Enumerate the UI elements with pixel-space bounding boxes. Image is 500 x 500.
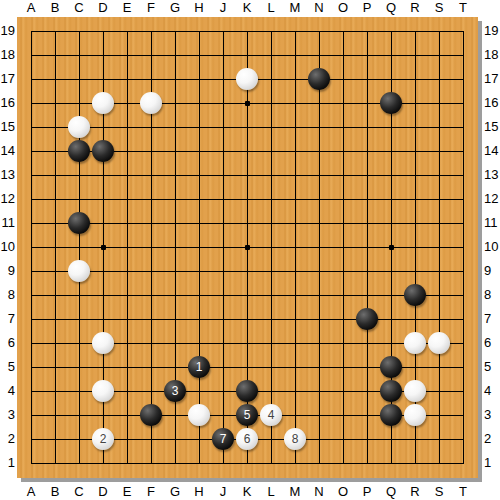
coord-right-13: 13 xyxy=(484,167,500,183)
coord-left-10: 10 xyxy=(0,239,15,255)
stone-black-H5[interactable]: 1 xyxy=(188,356,210,378)
move-number-label: 4 xyxy=(268,408,275,422)
stone-black-Q5[interactable] xyxy=(380,356,402,378)
coord-right-4: 4 xyxy=(484,383,500,399)
stone-black-K3[interactable]: 5 xyxy=(236,404,258,426)
coord-right-18: 18 xyxy=(484,47,500,63)
stone-white-S6[interactable] xyxy=(428,332,450,354)
coord-top-G: G xyxy=(163,0,187,16)
star-point-K10 xyxy=(245,245,250,250)
coord-top-P: P xyxy=(355,0,379,16)
move-number-label: 5 xyxy=(244,408,251,422)
coord-bottom-C: C xyxy=(67,484,91,500)
coord-left-8: 8 xyxy=(0,287,15,303)
goban[interactable]: 12345678 xyxy=(17,17,478,478)
coord-bottom-E: E xyxy=(115,484,139,500)
coord-right-3: 3 xyxy=(484,407,500,423)
move-number-label: 7 xyxy=(220,432,227,446)
coord-right-11: 11 xyxy=(484,215,500,231)
coord-left-5: 5 xyxy=(0,359,15,375)
coord-top-H: H xyxy=(187,0,211,16)
stone-white-R3[interactable] xyxy=(404,404,426,426)
coord-left-2: 2 xyxy=(0,431,15,447)
coord-bottom-K: K xyxy=(235,484,259,500)
star-point-D10 xyxy=(101,245,106,250)
coord-bottom-N: N xyxy=(307,484,331,500)
coord-bottom-P: P xyxy=(355,484,379,500)
coord-bottom-A: A xyxy=(19,484,43,500)
coord-right-6: 6 xyxy=(484,335,500,351)
stone-white-K17[interactable] xyxy=(236,68,258,90)
stone-white-D16[interactable] xyxy=(92,92,114,114)
stone-black-G4[interactable]: 3 xyxy=(164,380,186,402)
coord-right-2: 2 xyxy=(484,431,500,447)
coord-right-15: 15 xyxy=(484,119,500,135)
coord-right-17: 17 xyxy=(484,71,500,87)
stone-black-D14[interactable] xyxy=(92,140,114,162)
stone-black-Q4[interactable] xyxy=(380,380,402,402)
stone-black-C11[interactable] xyxy=(68,212,90,234)
coord-left-6: 6 xyxy=(0,335,15,351)
coord-top-J: J xyxy=(211,0,235,16)
coord-left-4: 4 xyxy=(0,383,15,399)
coord-top-K: K xyxy=(235,0,259,16)
coord-top-R: R xyxy=(403,0,427,16)
stone-white-D6[interactable] xyxy=(92,332,114,354)
coord-left-12: 12 xyxy=(0,191,15,207)
coord-bottom-R: R xyxy=(403,484,427,500)
coord-top-B: B xyxy=(43,0,67,16)
stone-black-Q3[interactable] xyxy=(380,404,402,426)
coord-left-18: 18 xyxy=(0,47,15,63)
stone-white-K2[interactable]: 6 xyxy=(236,428,258,450)
coord-right-12: 12 xyxy=(484,191,500,207)
coord-left-1: 1 xyxy=(0,455,15,471)
coord-left-15: 15 xyxy=(0,119,15,135)
coord-right-7: 7 xyxy=(484,311,500,327)
coord-bottom-L: L xyxy=(259,484,283,500)
stone-white-C9[interactable] xyxy=(68,260,90,282)
coord-left-7: 7 xyxy=(0,311,15,327)
coord-right-14: 14 xyxy=(484,143,500,159)
coord-top-A: A xyxy=(19,0,43,16)
coord-right-5: 5 xyxy=(484,359,500,375)
stone-white-D2[interactable]: 2 xyxy=(92,428,114,450)
stone-black-K4[interactable] xyxy=(236,380,258,402)
grid-lines: 12345678 xyxy=(31,31,464,464)
coord-top-T: T xyxy=(451,0,475,16)
coord-top-M: M xyxy=(283,0,307,16)
coord-left-17: 17 xyxy=(0,71,15,87)
stone-black-R8[interactable] xyxy=(404,284,426,306)
coord-bottom-F: F xyxy=(139,484,163,500)
coord-bottom-G: G xyxy=(163,484,187,500)
coord-bottom-B: B xyxy=(43,484,67,500)
stone-white-D4[interactable] xyxy=(92,380,114,402)
coord-right-1: 1 xyxy=(484,455,500,471)
stone-black-F3[interactable] xyxy=(140,404,162,426)
move-number-label: 1 xyxy=(196,360,203,374)
coord-top-D: D xyxy=(91,0,115,16)
coord-bottom-S: S xyxy=(427,484,451,500)
coord-top-C: C xyxy=(67,0,91,16)
coord-left-19: 19 xyxy=(0,23,15,39)
coord-left-13: 13 xyxy=(0,167,15,183)
coord-bottom-H: H xyxy=(187,484,211,500)
move-number-label: 3 xyxy=(172,384,179,398)
coord-top-N: N xyxy=(307,0,331,16)
coord-top-E: E xyxy=(115,0,139,16)
coord-right-16: 16 xyxy=(484,95,500,111)
stone-white-M2[interactable]: 8 xyxy=(284,428,306,450)
coord-top-L: L xyxy=(259,0,283,16)
stone-white-L3[interactable]: 4 xyxy=(260,404,282,426)
move-number-label: 8 xyxy=(292,432,299,446)
coord-bottom-Q: Q xyxy=(379,484,403,500)
stone-black-C14[interactable] xyxy=(68,140,90,162)
star-point-Q10 xyxy=(389,245,394,250)
stone-white-H3[interactable] xyxy=(188,404,210,426)
stone-black-J2[interactable]: 7 xyxy=(212,428,234,450)
coord-right-10: 10 xyxy=(484,239,500,255)
coord-right-9: 9 xyxy=(484,263,500,279)
coord-bottom-O: O xyxy=(331,484,355,500)
coord-top-Q: Q xyxy=(379,0,403,16)
stone-black-Q16[interactable] xyxy=(380,92,402,114)
coord-left-14: 14 xyxy=(0,143,15,159)
coord-left-16: 16 xyxy=(0,95,15,111)
coord-right-19: 19 xyxy=(484,23,500,39)
stone-white-F16[interactable] xyxy=(140,92,162,114)
coord-top-O: O xyxy=(331,0,355,16)
stone-black-N17[interactable] xyxy=(308,68,330,90)
stone-white-R6[interactable] xyxy=(404,332,426,354)
coord-left-3: 3 xyxy=(0,407,15,423)
coord-bottom-T: T xyxy=(451,484,475,500)
stone-black-P7[interactable] xyxy=(356,308,378,330)
coord-top-S: S xyxy=(427,0,451,16)
stone-white-R4[interactable] xyxy=(404,380,426,402)
stone-white-C15[interactable] xyxy=(68,116,90,138)
go-diagram: ABCDEFGHJKLMNOPQRST ABCDEFGHJKLMNOPQRST … xyxy=(0,0,500,500)
coord-bottom-M: M xyxy=(283,484,307,500)
coord-top-F: F xyxy=(139,0,163,16)
coord-right-8: 8 xyxy=(484,287,500,303)
coord-left-9: 9 xyxy=(0,263,15,279)
coord-bottom-D: D xyxy=(91,484,115,500)
move-number-label: 6 xyxy=(244,432,251,446)
move-number-label: 2 xyxy=(100,432,107,446)
coord-bottom-J: J xyxy=(211,484,235,500)
star-point-K16 xyxy=(245,101,250,106)
coord-left-11: 11 xyxy=(0,215,15,231)
